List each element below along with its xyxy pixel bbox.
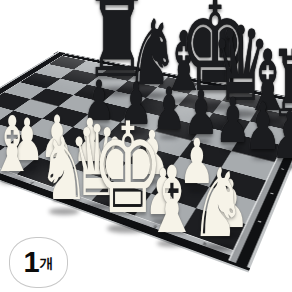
quantity-unit: 개 (40, 255, 54, 273)
product-image: abcdefgh ♜♟♞♟♝♟♚♟♛♟♝♟♜♟♝♟♟♞♟♛♚♟♟♝♟♞♟ 1 개 (0, 0, 292, 292)
chess-board: abcdefgh (0, 56, 292, 250)
quantity-number: 1 (23, 246, 38, 279)
frame-rivet (291, 147, 292, 148)
frame-rivet (258, 220, 261, 222)
quantity-badge: 1 개 (9, 237, 68, 288)
frame-rivet (281, 168, 284, 170)
white-knight-shadow (49, 208, 78, 215)
frame-rivet (270, 193, 273, 195)
